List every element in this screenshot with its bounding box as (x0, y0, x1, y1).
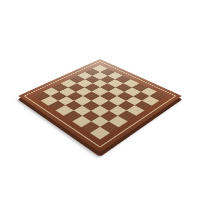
board-square (41, 96, 58, 105)
board-square (92, 96, 109, 105)
board-square (100, 101, 117, 111)
board-square (64, 110, 82, 121)
board-square (100, 110, 118, 121)
board-square (83, 101, 100, 111)
board-square (117, 101, 134, 111)
board-square (72, 116, 91, 127)
board-square (91, 116, 110, 127)
board-square (82, 110, 100, 121)
board-square (142, 96, 159, 105)
board-square (73, 105, 91, 115)
product-photo-background (0, 0, 200, 200)
board-square (56, 105, 74, 115)
board-square (127, 105, 145, 115)
board-square (135, 101, 152, 111)
playing-field (34, 65, 167, 140)
board-square (100, 121, 119, 133)
board-square (81, 121, 100, 133)
board-square (58, 96, 75, 105)
board-square (125, 96, 142, 105)
chess-board (18, 59, 182, 152)
board-square (118, 110, 136, 121)
board-square (65, 101, 82, 111)
board-square (90, 127, 109, 139)
board-square (75, 96, 92, 105)
board-square (48, 101, 65, 111)
board-square (109, 116, 128, 127)
board-frame (18, 59, 182, 152)
board-square (108, 96, 125, 105)
board-square (91, 105, 109, 115)
board-square (109, 105, 127, 115)
